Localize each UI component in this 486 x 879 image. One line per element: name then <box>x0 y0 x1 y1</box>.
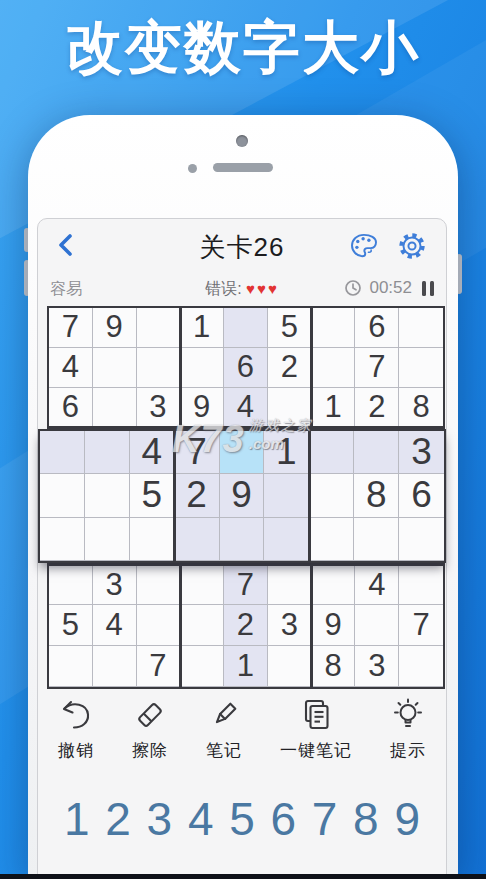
notes-button[interactable]: 笔记 <box>206 693 242 773</box>
magnified-cell-r4c5[interactable] <box>220 431 265 474</box>
cell-r8c7[interactable]: 9 <box>312 605 356 646</box>
cell-r9c5[interactable]: 1 <box>224 646 268 687</box>
numpad-5[interactable]: 5 <box>229 796 255 842</box>
cell-r8c2[interactable]: 4 <box>93 605 137 646</box>
banner-title: 改变数字大小 <box>0 10 486 87</box>
bottom-edge <box>0 874 486 879</box>
cell-r1c6[interactable]: 5 <box>268 308 312 348</box>
cell-r2c7[interactable] <box>312 348 356 388</box>
cell-r3c2[interactable] <box>93 388 137 428</box>
magnified-cell-r6c2[interactable] <box>85 518 130 561</box>
cell-r8c6[interactable]: 3 <box>268 605 312 646</box>
numpad-8[interactable]: 8 <box>353 796 379 842</box>
cell-r7c3[interactable] <box>137 565 181 606</box>
cell-r3c8[interactable]: 2 <box>355 388 399 428</box>
numpad-6[interactable]: 6 <box>270 796 296 842</box>
magnified-cell-r6c7[interactable] <box>309 518 354 561</box>
toolbar: 撤销 擦除 笔记 <box>38 693 446 773</box>
cell-r2c6[interactable]: 2 <box>268 348 312 388</box>
status-row: 容易 错误: ♥♥♥ 00:52 <box>38 275 446 303</box>
magnified-cell-r4c3[interactable]: 4 <box>130 431 175 474</box>
cell-r7c9[interactable] <box>399 565 443 606</box>
pen-icon <box>206 697 242 733</box>
sensor-dot <box>188 164 197 173</box>
tool-label: 擦除 <box>132 739 168 762</box>
numpad-9[interactable]: 9 <box>394 796 420 842</box>
errors-text: 错误: <box>205 280 241 297</box>
camera-dot <box>236 135 248 147</box>
level-title: 关卡26 <box>38 230 446 265</box>
app-screen: 关卡26 容易 错误: ♥♥ <box>37 218 447 875</box>
cell-r3c4[interactable]: 9 <box>180 388 224 428</box>
tool-label: 笔记 <box>206 739 242 762</box>
settings-button[interactable] <box>396 230 428 262</box>
cell-r9c8[interactable]: 3 <box>355 646 399 687</box>
cell-r1c9[interactable] <box>399 308 443 348</box>
numpad-7[interactable]: 7 <box>312 796 338 842</box>
cell-r8c3[interactable] <box>137 605 181 646</box>
cell-r9c9[interactable] <box>399 646 443 687</box>
cell-r2c2[interactable] <box>93 348 137 388</box>
cell-r1c5[interactable] <box>224 308 268 348</box>
magnified-cell-r5c5[interactable]: 9 <box>220 474 265 517</box>
numpad-1[interactable]: 1 <box>64 796 90 842</box>
cell-r7c8[interactable]: 4 <box>355 565 399 606</box>
cell-r8c1[interactable]: 5 <box>49 605 93 646</box>
magnified-cell-r5c4[interactable]: 2 <box>175 474 220 517</box>
cell-r7c4[interactable] <box>180 565 224 606</box>
cell-r9c2[interactable] <box>93 646 137 687</box>
cell-r3c7[interactable]: 1 <box>312 388 356 428</box>
number-pad: 1 2 3 4 5 6 7 8 9 <box>38 779 446 859</box>
cell-r1c4[interactable]: 1 <box>180 308 224 348</box>
notes-icon <box>298 697 334 733</box>
cell-r7c2[interactable]: 3 <box>93 565 137 606</box>
magnified-cell-r6c1[interactable] <box>40 518 85 561</box>
undo-icon <box>58 697 94 733</box>
pause-button[interactable] <box>422 281 434 296</box>
magnified-cell-r5c3[interactable]: 5 <box>130 474 175 517</box>
cell-r8c5[interactable]: 2 <box>224 605 268 646</box>
phone-frame: 关卡26 容易 错误: ♥♥ <box>28 115 458 879</box>
magnified-grid: 471352986 <box>40 431 444 561</box>
cell-r2c1[interactable]: 4 <box>49 348 93 388</box>
hint-button[interactable]: 提示 <box>390 693 426 773</box>
magnified-cell-r4c8[interactable] <box>354 431 399 474</box>
magnified-cell-r6c3[interactable] <box>130 518 175 561</box>
cell-r7c7[interactable] <box>312 565 356 606</box>
magnified-cell-r5c7[interactable] <box>309 474 354 517</box>
magnified-cell-r6c4[interactable] <box>175 518 220 561</box>
numpad-3[interactable]: 3 <box>147 796 173 842</box>
cell-r9c6[interactable] <box>268 646 312 687</box>
magnified-cell-r6c5[interactable] <box>220 518 265 561</box>
cell-r2c8[interactable]: 7 <box>355 348 399 388</box>
magnified-cell-r6c9[interactable] <box>399 518 444 561</box>
magnified-cell-r5c9[interactable]: 6 <box>399 474 444 517</box>
cell-r8c9[interactable]: 7 <box>399 605 443 646</box>
magnified-cell-r4c7[interactable] <box>309 431 354 474</box>
theme-palette-button[interactable] <box>348 230 380 262</box>
magnified-cell-r6c6[interactable] <box>264 518 309 561</box>
cell-r2c4[interactable] <box>180 348 224 388</box>
hearts-lives: ♥♥♥ <box>246 280 279 297</box>
cell-r1c1[interactable]: 7 <box>49 308 93 348</box>
cell-r1c8[interactable]: 6 <box>355 308 399 348</box>
numpad-4[interactable]: 4 <box>188 796 214 842</box>
eraser-icon <box>132 697 168 733</box>
hint-bulb-icon <box>390 697 426 733</box>
cell-r1c7[interactable] <box>312 308 356 348</box>
speaker-grille <box>213 163 273 172</box>
gear-icon <box>396 230 428 262</box>
magnified-cell-r5c8[interactable]: 8 <box>354 474 399 517</box>
cell-r1c2[interactable]: 9 <box>93 308 137 348</box>
cell-r3c3[interactable]: 3 <box>137 388 181 428</box>
cell-r7c6[interactable] <box>268 565 312 606</box>
tool-label: 提示 <box>390 739 426 762</box>
cell-r3c9[interactable]: 8 <box>399 388 443 428</box>
app-header: 关卡26 <box>38 219 446 271</box>
undo-button[interactable]: 撤销 <box>58 693 94 773</box>
cell-r3c6[interactable] <box>268 388 312 428</box>
cell-r7c5[interactable]: 7 <box>224 565 268 606</box>
magnified-cell-r5c2[interactable] <box>85 474 130 517</box>
cell-r9c1[interactable] <box>49 646 93 687</box>
magnified-cell-r5c6[interactable] <box>264 474 309 517</box>
magnified-cell-r5c1[interactable] <box>40 474 85 517</box>
auto-notes-button[interactable]: 一键笔记 <box>280 693 352 773</box>
erase-button[interactable]: 擦除 <box>132 693 168 773</box>
cell-r9c3[interactable]: 7 <box>137 646 181 687</box>
clock-icon <box>344 279 362 297</box>
palette-icon <box>348 230 380 262</box>
magnified-cell-r6c8[interactable] <box>354 518 399 561</box>
cell-r2c9[interactable] <box>399 348 443 388</box>
magnified-cell-r4c2[interactable] <box>85 431 130 474</box>
tool-label: 撤销 <box>58 739 94 762</box>
cell-r3c5[interactable]: 4 <box>224 388 268 428</box>
numpad-2[interactable]: 2 <box>105 796 131 842</box>
cell-r8c8[interactable] <box>355 605 399 646</box>
cell-r9c7[interactable]: 8 <box>312 646 356 687</box>
cell-r3c1[interactable]: 6 <box>49 388 93 428</box>
magnified-cell-r4c4[interactable]: 7 <box>175 431 220 474</box>
cell-r8c4[interactable] <box>180 605 224 646</box>
cell-r1c3[interactable] <box>137 308 181 348</box>
cell-r9c4[interactable] <box>180 646 224 687</box>
cell-r7c1[interactable] <box>49 565 93 606</box>
cell-r2c5[interactable]: 6 <box>224 348 268 388</box>
timer-value: 00:52 <box>369 278 412 298</box>
cell-r2c3[interactable] <box>137 348 181 388</box>
magnified-rows-overlay: 471352986 <box>38 429 446 563</box>
magnified-cell-r4c9[interactable]: 3 <box>399 431 444 474</box>
magnified-cell-r4c6[interactable]: 1 <box>264 431 309 474</box>
magnified-cell-r4c1[interactable] <box>40 431 85 474</box>
tool-label: 一键笔记 <box>280 739 352 762</box>
